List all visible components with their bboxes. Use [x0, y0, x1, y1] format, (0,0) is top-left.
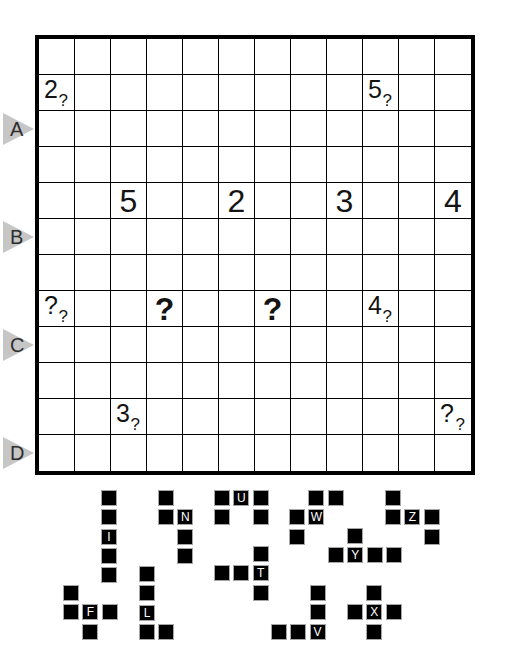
grid-cell-r11c12[interactable]: ?? — [435, 399, 471, 435]
clue-single: ? — [255, 291, 290, 326]
grid-cell-r10c11[interactable] — [399, 363, 435, 399]
grid-cell-r9c9[interactable] — [327, 327, 363, 363]
pentomino-W: W — [289, 490, 344, 545]
pentomino-Z-label-cell: Z — [404, 509, 420, 525]
row-marker-letter: B — [10, 221, 23, 253]
clue-pair-sub: ? — [383, 308, 392, 325]
grid-cell-r10c2[interactable] — [75, 363, 111, 399]
grid-cell-r2c7[interactable] — [255, 75, 291, 111]
pentomino-U-cell — [214, 509, 230, 525]
clue-pair-sub: ? — [59, 308, 68, 325]
pentomino-W-cell — [308, 490, 324, 506]
grid-cell-r7c7[interactable] — [255, 255, 291, 291]
pentomino-F-cell — [82, 624, 98, 640]
grid-cell-r7c9[interactable] — [327, 255, 363, 291]
grid-cell-r1c12[interactable] — [435, 39, 471, 75]
pentomino-L-label-cell: L — [139, 605, 155, 621]
grid-cell-r10c7[interactable] — [255, 363, 291, 399]
pentomino-V-label-cell: V — [310, 624, 326, 640]
pentomino-U-label-cell: U — [233, 490, 249, 506]
grid-cell-r2c6[interactable] — [219, 75, 255, 111]
grid-cell-r12c9[interactable] — [327, 435, 363, 471]
grid-cell-r4c9[interactable] — [327, 147, 363, 183]
grid-cell-r12c1[interactable] — [39, 435, 75, 471]
pentomino-V-cell — [290, 624, 306, 640]
grid-cell-r12c4[interactable] — [147, 435, 183, 471]
grid-cell-r8c10[interactable]: 4? — [363, 291, 399, 327]
pentomino-L-cell — [139, 585, 155, 601]
puzzle-canvas: 2?5?5234????4?3??? ABCD INUWZYTLFVX — [0, 0, 509, 669]
pentomino-I-cell — [101, 509, 117, 525]
clue-pair-sub: ? — [456, 416, 465, 433]
grid-cell-r2c12[interactable] — [435, 75, 471, 111]
pentomino-Y: Y — [328, 528, 402, 563]
grid-cell-r10c4[interactable] — [147, 363, 183, 399]
pentomino-T: T — [214, 546, 269, 601]
pentomino-X-cell — [366, 585, 382, 601]
puzzle-grid: 2?5?5234????4?3??? — [35, 35, 475, 475]
pentomino-L-cell — [139, 566, 155, 582]
pentomino-Z: Z — [385, 490, 440, 545]
grid-cell-r1c7[interactable] — [255, 39, 291, 75]
pentomino-F-cell — [102, 604, 118, 620]
grid-cell-r1c8[interactable] — [291, 39, 327, 75]
grid-cell-r4c8[interactable] — [291, 147, 327, 183]
grid-cell-r4c1[interactable] — [39, 147, 75, 183]
grid-cell-r10c3[interactable] — [111, 363, 147, 399]
pentomino-F-cell — [63, 604, 79, 620]
grid-cell-r6c1[interactable] — [39, 219, 75, 255]
grid-cell-r9c12[interactable] — [435, 327, 471, 363]
grid-cell-r4c7[interactable] — [255, 147, 291, 183]
pentomino-Z-cell — [424, 509, 440, 525]
pentomino-Y-cell — [347, 528, 363, 544]
pentomino-F-cell — [63, 585, 79, 601]
grid-cell-r4c12[interactable] — [435, 147, 471, 183]
grid-cell-r6c11[interactable] — [399, 219, 435, 255]
pentomino-Y-cell — [386, 547, 402, 563]
clue-pair-sub: ? — [131, 416, 140, 433]
grid-cell-r4c10[interactable] — [363, 147, 399, 183]
pentomino-N-cell — [177, 529, 193, 545]
grid-cell-r9c11[interactable] — [399, 327, 435, 363]
clue-single: 3 — [327, 183, 362, 218]
grid-cell-r11c7[interactable] — [255, 399, 291, 435]
grid-cell-r12c5[interactable] — [183, 435, 219, 471]
pentomino-I-label-cell: I — [101, 529, 117, 545]
grid-cell-r2c2[interactable] — [75, 75, 111, 111]
grid-cell-r11c9[interactable] — [327, 399, 363, 435]
grid-cell-r5c12[interactable]: 4 — [435, 183, 471, 219]
grid-cell-r2c3[interactable] — [111, 75, 147, 111]
grid-cell-r4c5[interactable] — [183, 147, 219, 183]
pentomino-W-cell — [328, 490, 344, 506]
grid-cell-r12c6[interactable] — [219, 435, 255, 471]
grid-cell-r5c9[interactable]: 3 — [327, 183, 363, 219]
grid-cell-r11c6[interactable] — [219, 399, 255, 435]
grid-cell-r12c8[interactable] — [291, 435, 327, 471]
grid-cell-r3c4[interactable] — [147, 111, 183, 147]
pentomino-V-cell — [310, 585, 326, 601]
grid-cell-r5c4[interactable] — [147, 183, 183, 219]
grid-cell-r6c8[interactable] — [291, 219, 327, 255]
grid-cell-r7c12[interactable] — [435, 255, 471, 291]
grid-cell-r9c8[interactable] — [291, 327, 327, 363]
pentomino-I: I — [101, 490, 117, 583]
clue-single: 4 — [435, 183, 471, 218]
grid-cell-r8c6[interactable] — [219, 291, 255, 327]
grid-cell-r7c6[interactable] — [219, 255, 255, 291]
clue-pair-main: 3 — [116, 401, 130, 426]
grid-cell-r3c7[interactable] — [255, 111, 291, 147]
grid-cell-r1c1[interactable] — [39, 39, 75, 75]
grid-cell-r6c7[interactable] — [255, 219, 291, 255]
grid-cell-r9c3[interactable] — [111, 327, 147, 363]
grid-cell-r11c3[interactable]: 3? — [111, 399, 147, 435]
pentomino-X-cell — [366, 624, 382, 640]
clue-single: ? — [147, 291, 182, 326]
grid-cell-r10c9[interactable] — [327, 363, 363, 399]
grid-cell-r12c3[interactable] — [111, 435, 147, 471]
grid-cell-r10c1[interactable] — [39, 363, 75, 399]
grid-cell-r10c8[interactable] — [291, 363, 327, 399]
grid-cell-r1c4[interactable] — [147, 39, 183, 75]
grid-cell-r4c3[interactable] — [111, 147, 147, 183]
grid-cell-r9c6[interactable] — [219, 327, 255, 363]
grid-cell-r12c2[interactable] — [75, 435, 111, 471]
grid-cell-r8c2[interactable] — [75, 291, 111, 327]
grid-cell-r8c3[interactable] — [111, 291, 147, 327]
pentomino-Y-label-cell: Y — [347, 547, 363, 563]
grid-cell-r3c1[interactable] — [39, 111, 75, 147]
grid-cell-r7c11[interactable] — [399, 255, 435, 291]
grid-cell-r9c4[interactable] — [147, 327, 183, 363]
pentomino-I-cell — [101, 548, 117, 564]
pentomino-U: U — [214, 490, 269, 525]
grid-cell-r12c11[interactable] — [399, 435, 435, 471]
grid-cell-r6c12[interactable] — [435, 219, 471, 255]
grid-cell-r7c2[interactable] — [75, 255, 111, 291]
grid-cell-r8c8[interactable] — [291, 291, 327, 327]
grid-cell-r8c9[interactable] — [327, 291, 363, 327]
grid-cell-r5c10[interactable] — [363, 183, 399, 219]
clue-pair-main: 4 — [368, 293, 382, 318]
pentomino-Z-cell — [385, 490, 401, 506]
grid-cell-r11c5[interactable] — [183, 399, 219, 435]
pentomino-T-cell — [253, 546, 269, 562]
grid-cell-r5c1[interactable] — [39, 183, 75, 219]
grid-cell-r6c6[interactable] — [219, 219, 255, 255]
grid-cell-r3c3[interactable] — [111, 111, 147, 147]
grid-cell-r6c10[interactable] — [363, 219, 399, 255]
grid-cell-r10c12[interactable] — [435, 363, 471, 399]
grid-cell-r2c8[interactable] — [291, 75, 327, 111]
grid-cell-r12c12[interactable] — [435, 435, 471, 471]
grid-cell-r1c10[interactable] — [363, 39, 399, 75]
grid-cell-r7c3[interactable] — [111, 255, 147, 291]
grid-cell-r10c10[interactable] — [363, 363, 399, 399]
grid-cell-r3c6[interactable] — [219, 111, 255, 147]
clue-pair-main: 2 — [44, 77, 58, 102]
pentomino-W-label-cell: W — [308, 509, 324, 525]
row-marker-letter: C — [10, 329, 24, 361]
grid-cell-r6c5[interactable] — [183, 219, 219, 255]
grid-cell-r1c5[interactable] — [183, 39, 219, 75]
grid-cell-r5c5[interactable] — [183, 183, 219, 219]
grid-cell-r7c10[interactable] — [363, 255, 399, 291]
pentomino-F: F — [63, 585, 118, 640]
row-marker-A: A — [3, 113, 34, 145]
grid-cell-r9c5[interactable] — [183, 327, 219, 363]
pentomino-N: N — [158, 490, 193, 564]
grid-cell-r4c6[interactable] — [219, 147, 255, 183]
grid-cell-r5c7[interactable] — [255, 183, 291, 219]
pentomino-U-cell — [253, 490, 269, 506]
grid-cell-r2c5[interactable] — [183, 75, 219, 111]
grid-cell-r5c11[interactable] — [399, 183, 435, 219]
grid-cell-r1c11[interactable] — [399, 39, 435, 75]
grid-cell-r11c11[interactable] — [399, 399, 435, 435]
clue-pair-main: ? — [440, 401, 454, 426]
grid-cell-r2c10[interactable]: 5? — [363, 75, 399, 111]
pentomino-L: L — [139, 566, 174, 640]
pentomino-T-label-cell: T — [253, 565, 269, 581]
pentomino-T-cell — [253, 585, 269, 601]
pentomino-V-cell — [310, 604, 326, 620]
clue-pair-sub: ? — [59, 92, 68, 109]
pentomino-X-cell — [386, 604, 402, 620]
pentomino-N-label-cell: N — [177, 509, 193, 525]
grid-cell-r1c2[interactable] — [75, 39, 111, 75]
grid-cell-r1c3[interactable] — [111, 39, 147, 75]
grid-cell-r11c10[interactable] — [363, 399, 399, 435]
pentomino-Y-cell — [328, 547, 344, 563]
grid-cell-r8c1[interactable]: ?? — [39, 291, 75, 327]
grid-cell-r3c11[interactable] — [399, 111, 435, 147]
grid-cell-r4c2[interactable] — [75, 147, 111, 183]
grid-cell-r2c9[interactable] — [327, 75, 363, 111]
pentomino-U-cell — [253, 509, 269, 525]
clue-pair-sub: ? — [383, 92, 392, 109]
grid-cell-r9c1[interactable] — [39, 327, 75, 363]
grid-cell-r11c1[interactable] — [39, 399, 75, 435]
pentomino-N-cell — [177, 548, 193, 564]
row-marker-C: C — [3, 329, 34, 361]
grid-cell-r3c2[interactable] — [75, 111, 111, 147]
pentomino-L-cell — [158, 624, 174, 640]
grid-cell-r9c7[interactable] — [255, 327, 291, 363]
grid-cell-r3c10[interactable] — [363, 111, 399, 147]
grid-cell-r8c5[interactable] — [183, 291, 219, 327]
grid-cell-r1c9[interactable] — [327, 39, 363, 75]
grid-cell-r12c10[interactable] — [363, 435, 399, 471]
grid-cell-r4c4[interactable] — [147, 147, 183, 183]
grid-cell-r3c9[interactable] — [327, 111, 363, 147]
pentomino-X-label-cell: X — [366, 604, 382, 620]
pentomino-V-cell — [271, 624, 287, 640]
clue-single: 5 — [111, 183, 146, 218]
pentomino-L-cell — [139, 624, 155, 640]
clue-pair-main: 5 — [368, 77, 382, 102]
grid-cell-r9c10[interactable] — [363, 327, 399, 363]
grid-cell-r10c6[interactable] — [219, 363, 255, 399]
grid-cell-r4c11[interactable] — [399, 147, 435, 183]
grid-cell-r6c2[interactable] — [75, 219, 111, 255]
pentomino-F-label-cell: F — [82, 604, 98, 620]
grid-cell-r2c4[interactable] — [147, 75, 183, 111]
grid-cell-r2c11[interactable] — [399, 75, 435, 111]
grid-cell-r6c9[interactable] — [327, 219, 363, 255]
pentomino-N-cell — [158, 509, 174, 525]
row-marker-letter: D — [10, 437, 24, 469]
pentomino-W-cell — [289, 509, 305, 525]
grid-cell-r8c12[interactable] — [435, 291, 471, 327]
pentomino-T-cell — [214, 565, 230, 581]
grid-cell-r7c4[interactable] — [147, 255, 183, 291]
grid-cell-r11c4[interactable] — [147, 399, 183, 435]
grid-cell-r10c5[interactable] — [183, 363, 219, 399]
grid-cell-r1c6[interactable] — [219, 39, 255, 75]
grid-cell-r11c8[interactable] — [291, 399, 327, 435]
pentomino-N-cell — [158, 490, 174, 506]
row-marker-D: D — [3, 437, 34, 469]
clue-single: 2 — [219, 183, 254, 218]
grid-cell-r8c11[interactable] — [399, 291, 435, 327]
pentomino-X-cell — [347, 604, 363, 620]
grid-cell-r7c1[interactable] — [39, 255, 75, 291]
grid-cell-r8c4[interactable]: ? — [147, 291, 183, 327]
clue-pair-main: ? — [44, 293, 58, 318]
pentomino-V: V — [271, 585, 326, 640]
pentomino-X: X — [347, 585, 402, 640]
grid-cell-r9c2[interactable] — [75, 327, 111, 363]
row-marker-letter: A — [10, 113, 23, 145]
pentomino-T-cell — [233, 565, 249, 581]
grid-cell-r7c5[interactable] — [183, 255, 219, 291]
pentomino-I-cell — [101, 490, 117, 506]
grid-cell-r6c4[interactable] — [147, 219, 183, 255]
pentomino-Z-cell — [385, 509, 401, 525]
grid-cell-r6c3[interactable] — [111, 219, 147, 255]
grid-cell-r5c8[interactable] — [291, 183, 327, 219]
pentomino-I-cell — [101, 567, 117, 583]
grid-cell-r8c7[interactable]: ? — [255, 291, 291, 327]
grid-cell-r5c3[interactable]: 5 — [111, 183, 147, 219]
grid-cell-r5c2[interactable] — [75, 183, 111, 219]
grid-cell-r3c5[interactable] — [183, 111, 219, 147]
grid-cell-r2c1[interactable]: 2? — [39, 75, 75, 111]
grid-cell-r7c8[interactable] — [291, 255, 327, 291]
grid-cell-r5c6[interactable]: 2 — [219, 183, 255, 219]
row-marker-B: B — [3, 221, 34, 253]
grid-cell-r12c7[interactable] — [255, 435, 291, 471]
pentomino-Z-cell — [424, 529, 440, 545]
pentomino-W-cell — [289, 529, 305, 545]
grid-cell-r3c8[interactable] — [291, 111, 327, 147]
grid-cell-r11c2[interactable] — [75, 399, 111, 435]
pentomino-Y-cell — [367, 547, 383, 563]
pentomino-U-cell — [214, 490, 230, 506]
grid-cell-r3c12[interactable] — [435, 111, 471, 147]
